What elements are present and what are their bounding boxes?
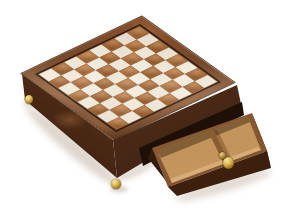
brass-foot-left: [25, 95, 33, 104]
brass-foot-front: [111, 179, 121, 189]
drawer-knob: [223, 157, 234, 169]
chess-box-photo: [0, 0, 290, 218]
